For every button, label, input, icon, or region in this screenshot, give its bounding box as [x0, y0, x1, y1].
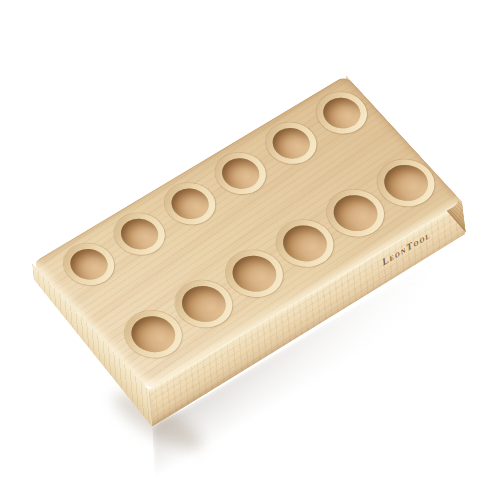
- pit-a4-bore: [214, 152, 266, 194]
- pit-b4-bore: [274, 218, 335, 268]
- pit-a3-bore: [163, 182, 215, 224]
- pit-b5-bore: [324, 188, 385, 238]
- product-photo-stage: LeonTool: [0, 0, 500, 500]
- pit-b2-bore: [172, 279, 233, 329]
- pit-b3-bore: [223, 249, 284, 299]
- pit-a5-bore: [264, 122, 316, 164]
- pit-a1-bore: [62, 243, 114, 285]
- pit-a2-bore: [113, 213, 165, 255]
- pit-b6-bore: [375, 158, 436, 208]
- pit-a6-bore: [315, 92, 367, 134]
- pit-b1-bore: [122, 309, 183, 359]
